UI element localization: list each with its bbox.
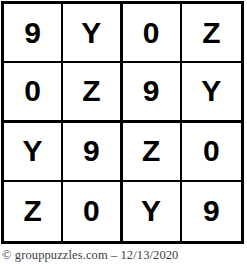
cell-r2c4[interactable]: Y: [182, 63, 241, 122]
cell-r1c2[interactable]: Y: [63, 4, 122, 63]
cell-r4c4[interactable]: 9: [182, 182, 241, 241]
sudoku-board: 9 Y 0 Z 0 Z 9 Y Y 9 Z 0 Z 0 Y 9: [1, 1, 244, 244]
cell-r3c4[interactable]: 0: [182, 123, 241, 182]
cell-r3c1[interactable]: Y: [4, 123, 63, 182]
cell-r4c1[interactable]: Z: [4, 182, 63, 241]
cell-r4c2[interactable]: 0: [63, 182, 122, 241]
cell-r2c1[interactable]: 0: [4, 63, 63, 122]
cell-r3c3[interactable]: Z: [123, 123, 182, 182]
cell-r1c1[interactable]: 9: [4, 4, 63, 63]
cell-r3c2[interactable]: 9: [63, 123, 122, 182]
puzzle-page: 9 Y 0 Z 0 Z 9 Y Y 9 Z 0 Z 0 Y 9 © groupp…: [0, 0, 247, 269]
cell-r4c3[interactable]: Y: [123, 182, 182, 241]
cell-r2c3[interactable]: 9: [123, 63, 182, 122]
cell-r1c4[interactable]: Z: [182, 4, 241, 63]
cell-r2c2[interactable]: Z: [63, 63, 122, 122]
cell-r1c3[interactable]: 0: [123, 4, 182, 63]
copyright-footer: © grouppuzzles.com – 12/13/2020: [2, 248, 178, 263]
